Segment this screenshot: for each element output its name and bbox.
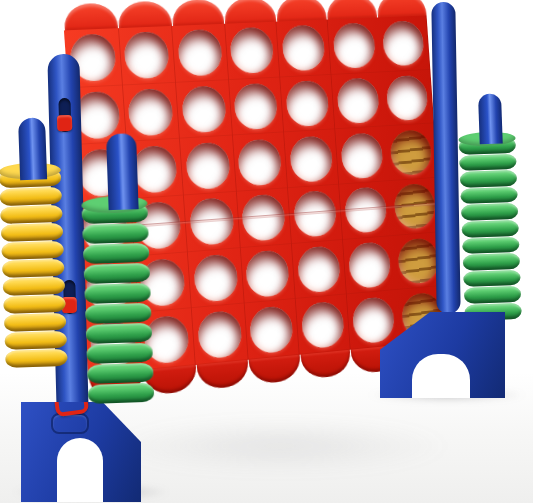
hole-d5 bbox=[245, 249, 290, 298]
drop-cell-g1[interactable] bbox=[377, 15, 430, 72]
green-ring bbox=[84, 263, 151, 284]
right-leg-arch-cutout bbox=[412, 354, 470, 400]
hole-f6 bbox=[352, 296, 396, 344]
green-ring bbox=[463, 253, 521, 271]
rings bbox=[0, 169, 68, 369]
scallop-bump bbox=[224, 0, 277, 24]
drop-cell-f1[interactable] bbox=[327, 17, 381, 74]
yellow-ring bbox=[0, 205, 63, 224]
yellow-ring bbox=[1, 223, 64, 242]
ring-stack-green-right[interactable] bbox=[457, 93, 514, 95]
hole-e5 bbox=[297, 245, 341, 294]
left-leg bbox=[21, 402, 141, 502]
hole-c1 bbox=[177, 29, 223, 77]
green-ring bbox=[460, 170, 518, 188]
drop-cell-b1[interactable] bbox=[119, 26, 177, 85]
storage-post bbox=[106, 133, 139, 210]
yellow-ring bbox=[5, 349, 68, 368]
hole-c3 bbox=[185, 141, 231, 190]
drop-cell-c3[interactable] bbox=[180, 136, 237, 196]
yellow-ring bbox=[0, 187, 62, 206]
hole-f2 bbox=[336, 77, 380, 124]
hole-d2 bbox=[234, 83, 279, 131]
scallop-bump bbox=[300, 350, 351, 380]
green-ring bbox=[462, 236, 520, 254]
green-ring bbox=[459, 154, 517, 172]
green-ring bbox=[82, 223, 149, 244]
drop-cell-d6[interactable] bbox=[244, 299, 299, 360]
scallop-bump bbox=[63, 2, 118, 30]
green-ring bbox=[463, 270, 521, 288]
hole-f3 bbox=[340, 132, 384, 179]
hole-b3 bbox=[131, 144, 178, 193]
hole-d3 bbox=[237, 138, 282, 186]
hole-c5 bbox=[193, 253, 239, 302]
hole-e2 bbox=[285, 80, 329, 127]
drop-cell-e3[interactable] bbox=[284, 130, 339, 189]
green-ring bbox=[85, 303, 152, 324]
hole-d6 bbox=[249, 305, 294, 354]
scallop-bump bbox=[117, 0, 171, 28]
hole-e6 bbox=[301, 300, 345, 349]
drop-cell-d1[interactable] bbox=[225, 22, 281, 80]
scallop-bump bbox=[275, 0, 327, 22]
rings bbox=[81, 203, 154, 405]
green-ring bbox=[461, 220, 519, 238]
drop-cell-c1[interactable] bbox=[172, 24, 229, 83]
scallop-bump bbox=[171, 0, 225, 26]
hole-d1 bbox=[230, 27, 275, 74]
rings bbox=[459, 137, 522, 321]
green-ring bbox=[460, 187, 518, 205]
scallop-bump bbox=[249, 355, 301, 385]
hole-f5 bbox=[348, 241, 392, 289]
hole-b2 bbox=[127, 88, 174, 137]
drop-cell-e6[interactable] bbox=[296, 295, 351, 355]
hole-e3 bbox=[289, 135, 333, 183]
green-ring bbox=[86, 343, 153, 364]
hole-g1 bbox=[382, 21, 425, 67]
hole-c2 bbox=[181, 85, 227, 133]
hole-g2 bbox=[386, 75, 429, 121]
drop-cell-g3[interactable] bbox=[385, 124, 438, 182]
green-ring bbox=[88, 383, 155, 404]
hole-g3 bbox=[390, 129, 433, 176]
hole-c6 bbox=[197, 309, 243, 359]
yellow-ring bbox=[3, 277, 66, 296]
green-ring bbox=[86, 323, 153, 344]
drop-cell-c2[interactable] bbox=[176, 80, 233, 139]
yellow-ring bbox=[3, 295, 66, 314]
drop-cell-d3[interactable] bbox=[233, 133, 289, 192]
release-slot-upper bbox=[58, 98, 71, 132]
drop-cell-e1[interactable] bbox=[277, 20, 332, 78]
drop-cell-d2[interactable] bbox=[229, 77, 285, 136]
drop-cell-e2[interactable] bbox=[280, 75, 335, 133]
hole-e1 bbox=[281, 25, 325, 72]
drop-cell-f3[interactable] bbox=[335, 127, 389, 185]
left-leg-arch-cutout bbox=[57, 438, 103, 503]
yellow-ring bbox=[4, 331, 67, 350]
yellow-ring bbox=[1, 241, 64, 260]
hole-f1 bbox=[332, 23, 376, 70]
drop-cell-f2[interactable] bbox=[331, 72, 385, 130]
drop-cell-f5[interactable] bbox=[343, 236, 397, 295]
hole-b1 bbox=[123, 31, 170, 79]
ambient-floor-shadow bbox=[110, 420, 450, 472]
yellow-ring bbox=[2, 259, 65, 278]
giant-connect-four-photo bbox=[0, 0, 533, 503]
right-frame-rail bbox=[431, 2, 460, 314]
storage-post bbox=[18, 117, 47, 180]
green-ring bbox=[83, 243, 150, 264]
drop-cell-c6[interactable] bbox=[192, 304, 248, 365]
left-leg-label-recess bbox=[51, 413, 89, 434]
green-ring bbox=[87, 363, 154, 384]
scallop-bump bbox=[196, 360, 249, 391]
drop-cell-g2[interactable] bbox=[381, 70, 434, 127]
drop-cell-c5[interactable] bbox=[188, 248, 244, 309]
storage-post bbox=[478, 93, 503, 144]
drop-cell-d5[interactable] bbox=[240, 244, 296, 304]
green-ring bbox=[464, 286, 522, 304]
yellow-ring bbox=[4, 313, 67, 332]
drop-cell-b2[interactable] bbox=[123, 82, 181, 142]
release-slider-upper[interactable] bbox=[57, 115, 72, 131]
drop-cell-e5[interactable] bbox=[292, 240, 347, 300]
green-ring bbox=[84, 283, 151, 304]
scallop-bump bbox=[326, 0, 377, 20]
green-ring bbox=[461, 203, 519, 221]
hole-g5 bbox=[397, 237, 440, 285]
